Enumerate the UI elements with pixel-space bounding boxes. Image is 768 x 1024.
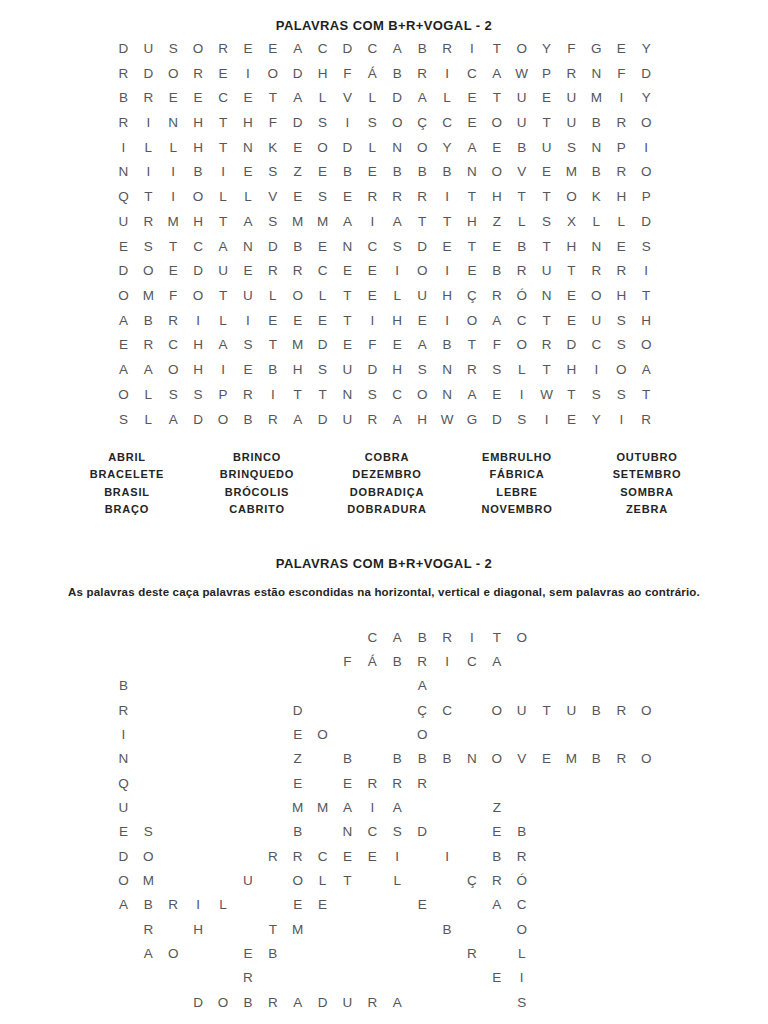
empty-cell <box>360 893 385 917</box>
letter-cell: L <box>509 941 534 965</box>
empty-cell <box>211 674 236 698</box>
empty-cell <box>410 966 435 990</box>
letter-cell: E <box>310 308 335 333</box>
letter-cell: E <box>161 85 186 110</box>
letter-cell: B <box>136 893 161 917</box>
empty-cell <box>360 698 385 722</box>
letter-cell: T <box>534 357 559 382</box>
letter-cell: I <box>360 209 385 234</box>
letter-cell: A <box>111 357 136 382</box>
letter-cell: E <box>235 258 260 283</box>
letter-cell: P <box>609 135 634 160</box>
letter-cell: R <box>385 184 410 209</box>
empty-cell <box>584 893 609 917</box>
empty-cell <box>186 674 211 698</box>
empty-cell <box>186 820 211 844</box>
letter-cell: C <box>360 820 385 844</box>
letter-cell: E <box>484 820 509 844</box>
empty-cell <box>584 820 609 844</box>
letter-cell: E <box>484 382 509 407</box>
letter-cell: T <box>634 382 659 407</box>
empty-cell <box>186 698 211 722</box>
letter-cell: T <box>484 625 509 649</box>
letter-cell: A <box>410 333 435 358</box>
empty-cell <box>559 893 584 917</box>
letter-cell: M <box>559 747 584 771</box>
empty-cell <box>634 722 659 746</box>
letter-cell: O <box>609 357 634 382</box>
letter-cell: Ç <box>459 868 484 892</box>
letter-cell: U <box>235 283 260 308</box>
word-list-item: FÁBRICA <box>452 466 582 483</box>
empty-cell <box>111 990 136 1014</box>
letter-cell: R <box>260 258 285 283</box>
letter-cell: S <box>559 135 584 160</box>
empty-cell <box>211 795 236 819</box>
letter-cell: I <box>459 36 484 61</box>
word-list-item: CABRITO <box>192 501 322 518</box>
word-list-item: DOBRADIÇA <box>322 484 452 501</box>
letter-cell: D <box>285 110 310 135</box>
letter-cell: U <box>559 85 584 110</box>
letter-cell: A <box>285 36 310 61</box>
letter-cell: O <box>285 868 310 892</box>
empty-cell <box>136 625 161 649</box>
letter-cell: U <box>559 110 584 135</box>
letter-cell: E <box>335 333 360 358</box>
empty-cell <box>360 917 385 941</box>
letter-cell: H <box>459 209 484 234</box>
letter-cell: L <box>260 283 285 308</box>
letter-cell: Ç <box>410 110 435 135</box>
letter-cell: A <box>484 893 509 917</box>
letter-cell: H <box>186 357 211 382</box>
word-list: ABRILBRACELETEBRASILBRAÇOBRINCOBRINQUEDO… <box>62 449 712 519</box>
letter-cell: B <box>335 747 360 771</box>
letter-cell: S <box>360 382 385 407</box>
letter-cell: Ç <box>459 283 484 308</box>
empty-cell <box>161 747 186 771</box>
empty-cell <box>634 868 659 892</box>
empty-cell <box>310 698 335 722</box>
empty-cell <box>634 649 659 673</box>
empty-cell <box>136 990 161 1014</box>
letter-cell: L <box>360 85 385 110</box>
letter-cell: R <box>410 649 435 673</box>
empty-cell <box>211 722 236 746</box>
letter-cell: T <box>410 209 435 234</box>
letter-cell: U <box>335 407 360 432</box>
letter-cell: B <box>484 844 509 868</box>
empty-cell <box>335 674 360 698</box>
letter-cell: E <box>609 234 634 259</box>
empty-cell <box>584 917 609 941</box>
letter-cell: I <box>136 110 161 135</box>
letter-cell: M <box>285 209 310 234</box>
letter-cell: V <box>509 160 534 185</box>
empty-cell <box>211 771 236 795</box>
letter-cell: S <box>385 820 410 844</box>
empty-cell <box>634 990 659 1014</box>
letter-cell: O <box>634 698 659 722</box>
empty-cell <box>211 820 236 844</box>
letter-cell: E <box>484 135 509 160</box>
letter-cell: E <box>310 160 335 185</box>
letter-cell: L <box>211 893 236 917</box>
letter-cell: R <box>584 258 609 283</box>
letter-cell: R <box>285 844 310 868</box>
empty-cell <box>584 771 609 795</box>
letter-cell: B <box>385 649 410 673</box>
empty-cell <box>310 966 335 990</box>
letter-cell: B <box>584 747 609 771</box>
empty-cell <box>211 844 236 868</box>
letter-cell: E <box>111 820 136 844</box>
letter-cell: O <box>459 308 484 333</box>
empty-cell <box>509 795 534 819</box>
empty-cell <box>609 844 634 868</box>
empty-cell <box>310 917 335 941</box>
word-list-item: BRINQUEDO <box>192 466 322 483</box>
empty-cell <box>385 722 410 746</box>
empty-cell <box>260 893 285 917</box>
letter-cell: R <box>509 844 534 868</box>
letter-cell: R <box>111 110 136 135</box>
letter-cell: E <box>335 184 360 209</box>
letter-cell: T <box>260 917 285 941</box>
letter-cell: A <box>459 135 484 160</box>
letter-cell: D <box>111 844 136 868</box>
letter-cell: S <box>310 357 335 382</box>
empty-cell <box>186 722 211 746</box>
letter-cell: I <box>609 407 634 432</box>
empty-cell <box>235 820 260 844</box>
empty-cell <box>335 941 360 965</box>
letter-cell: T <box>161 234 186 259</box>
empty-cell <box>609 868 634 892</box>
letter-cell: D <box>559 333 584 358</box>
letter-cell: U <box>509 698 534 722</box>
letter-cell: O <box>136 844 161 868</box>
letter-cell: I <box>435 258 460 283</box>
letter-cell: E <box>360 258 385 283</box>
empty-cell <box>360 747 385 771</box>
empty-cell <box>584 625 609 649</box>
letter-cell: O <box>111 382 136 407</box>
letter-cell: C <box>310 36 335 61</box>
letter-cell: F <box>559 36 584 61</box>
letter-cell: H <box>559 234 584 259</box>
letter-cell: R <box>484 283 509 308</box>
empty-cell <box>260 795 285 819</box>
word-list-item: NOVEMBRO <box>452 501 582 518</box>
letter-cell: B <box>235 407 260 432</box>
empty-cell <box>260 747 285 771</box>
letter-cell: T <box>335 283 360 308</box>
letter-cell: B <box>435 747 460 771</box>
letter-cell: L <box>211 308 236 333</box>
letter-cell: B <box>410 36 435 61</box>
letter-cell: R <box>410 184 435 209</box>
letter-cell: S <box>609 382 634 407</box>
letter-cell: R <box>609 698 634 722</box>
letter-cell: E <box>285 135 310 160</box>
letter-cell: T <box>211 283 236 308</box>
empty-cell <box>360 722 385 746</box>
letter-cell: U <box>509 110 534 135</box>
letter-cell: I <box>435 184 460 209</box>
letter-cell: S <box>136 820 161 844</box>
letter-cell: E <box>235 36 260 61</box>
letter-cell: C <box>435 698 460 722</box>
empty-cell <box>435 722 460 746</box>
empty-cell <box>111 966 136 990</box>
letter-cell: B <box>410 747 435 771</box>
letter-cell: N <box>459 160 484 185</box>
letter-cell: T <box>509 184 534 209</box>
letter-cell: U <box>410 283 435 308</box>
letter-cell: O <box>310 135 335 160</box>
empty-cell <box>534 795 559 819</box>
letter-cell: L <box>584 209 609 234</box>
letter-cell: N <box>111 160 136 185</box>
letter-cell: H <box>186 135 211 160</box>
empty-cell <box>584 722 609 746</box>
empty-cell <box>634 820 659 844</box>
letter-cell: R <box>260 990 285 1014</box>
letter-cell: I <box>435 844 460 868</box>
letter-cell: R <box>285 258 310 283</box>
letter-cell: B <box>335 160 360 185</box>
letter-cell: S <box>385 234 410 259</box>
letter-cell: I <box>360 795 385 819</box>
empty-cell <box>310 649 335 673</box>
letter-cell: P <box>211 382 236 407</box>
letter-cell: E <box>410 308 435 333</box>
empty-cell <box>186 966 211 990</box>
empty-cell <box>136 966 161 990</box>
letter-cell: R <box>609 110 634 135</box>
letter-cell: R <box>509 258 534 283</box>
letter-cell: R <box>136 85 161 110</box>
letter-cell: L <box>360 135 385 160</box>
empty-cell <box>161 649 186 673</box>
empty-cell <box>111 917 136 941</box>
letter-cell: T <box>534 110 559 135</box>
letter-cell: R <box>609 258 634 283</box>
empty-cell <box>534 966 559 990</box>
empty-cell <box>161 795 186 819</box>
letter-cell: D <box>385 85 410 110</box>
letter-cell: O <box>186 36 211 61</box>
letter-cell: C <box>310 844 335 868</box>
letter-cell: T <box>211 110 236 135</box>
letter-cell: U <box>211 258 236 283</box>
empty-cell <box>609 674 634 698</box>
letter-cell: T <box>459 333 484 358</box>
empty-cell <box>186 941 211 965</box>
letter-cell: B <box>509 820 534 844</box>
letter-cell: O <box>186 184 211 209</box>
letter-cell: A <box>484 649 509 673</box>
empty-cell <box>484 941 509 965</box>
letter-cell: A <box>385 36 410 61</box>
letter-cell: Q <box>111 184 136 209</box>
empty-cell <box>435 941 460 965</box>
letter-cell: N <box>335 382 360 407</box>
letter-cell: U <box>136 36 161 61</box>
letter-cell: R <box>410 61 435 86</box>
word-list-item: BRAÇO <box>62 501 192 518</box>
letter-cell: E <box>111 234 136 259</box>
letter-cell: I <box>186 893 211 917</box>
letter-cell: R <box>435 36 460 61</box>
letter-cell: A <box>211 333 236 358</box>
empty-cell <box>136 722 161 746</box>
empty-cell <box>186 795 211 819</box>
empty-cell <box>211 747 236 771</box>
letter-cell: E <box>285 722 310 746</box>
empty-cell <box>211 917 236 941</box>
letter-cell: H <box>186 110 211 135</box>
letter-cell: I <box>211 357 236 382</box>
letter-cell: D <box>410 820 435 844</box>
empty-cell <box>435 771 460 795</box>
letter-cell: E <box>410 893 435 917</box>
letter-cell: R <box>360 407 385 432</box>
letter-cell: I <box>584 357 609 382</box>
empty-cell <box>609 917 634 941</box>
letter-cell: S <box>310 110 335 135</box>
letter-cell: L <box>509 357 534 382</box>
empty-cell <box>509 771 534 795</box>
letter-cell: A <box>335 209 360 234</box>
empty-cell <box>285 625 310 649</box>
empty-cell <box>235 722 260 746</box>
empty-cell <box>360 868 385 892</box>
letter-cell: C <box>310 258 335 283</box>
letter-cell: E <box>459 85 484 110</box>
empty-cell <box>111 941 136 965</box>
letter-cell: O <box>584 283 609 308</box>
empty-cell <box>559 795 584 819</box>
letter-cell: E <box>435 234 460 259</box>
empty-cell <box>584 868 609 892</box>
letter-cell: C <box>186 234 211 259</box>
letter-cell: O <box>161 61 186 86</box>
word-list-item: SETEMBRO <box>582 466 712 483</box>
letter-cell: D <box>186 407 211 432</box>
letter-cell: I <box>509 966 534 990</box>
letter-cell: H <box>559 357 584 382</box>
letter-cell: O <box>509 625 534 649</box>
letter-cell: C <box>360 234 385 259</box>
letter-cell: O <box>559 184 584 209</box>
empty-cell <box>260 698 285 722</box>
empty-cell <box>459 795 484 819</box>
letter-cell: O <box>484 110 509 135</box>
letter-cell: I <box>634 258 659 283</box>
empty-cell <box>559 941 584 965</box>
letter-cell: E <box>186 85 211 110</box>
empty-cell <box>410 917 435 941</box>
letter-cell: H <box>186 209 211 234</box>
empty-cell <box>435 893 460 917</box>
letter-cell: C <box>161 333 186 358</box>
letter-cell: I <box>235 61 260 86</box>
letter-cell: M <box>310 795 335 819</box>
empty-cell <box>609 966 634 990</box>
letter-cell: A <box>111 893 136 917</box>
empty-cell <box>161 698 186 722</box>
letter-cell: E <box>235 160 260 185</box>
letter-cell: T <box>285 382 310 407</box>
letter-cell: M <box>161 209 186 234</box>
empty-cell <box>111 649 136 673</box>
solution-title: PALAVRAS COM B+R+VOGAL - 2 <box>0 556 768 571</box>
letter-cell: N <box>335 234 360 259</box>
letter-cell: S <box>111 407 136 432</box>
letter-cell: D <box>186 990 211 1014</box>
empty-cell <box>509 649 534 673</box>
letter-cell: R <box>559 61 584 86</box>
letter-cell: A <box>136 357 161 382</box>
letter-cell: A <box>285 990 310 1014</box>
letter-cell: T <box>484 85 509 110</box>
empty-cell <box>534 820 559 844</box>
empty-cell <box>235 698 260 722</box>
letter-cell: C <box>509 893 534 917</box>
letter-cell: R <box>211 36 236 61</box>
empty-cell <box>534 990 559 1014</box>
letter-cell: D <box>310 333 335 358</box>
letter-cell: O <box>385 110 410 135</box>
letter-cell: B <box>385 160 410 185</box>
letter-cell: Z <box>285 747 310 771</box>
empty-cell <box>634 674 659 698</box>
empty-cell <box>211 941 236 965</box>
letter-cell: P <box>634 184 659 209</box>
empty-cell <box>559 990 584 1014</box>
empty-cell <box>310 625 335 649</box>
letter-cell: G <box>459 407 484 432</box>
letter-cell: X <box>559 209 584 234</box>
letter-cell: I <box>509 382 534 407</box>
letter-cell: S <box>310 184 335 209</box>
letter-cell: O <box>410 258 435 283</box>
letter-cell: O <box>136 258 161 283</box>
letter-cell: L <box>136 382 161 407</box>
letter-cell: R <box>360 990 385 1014</box>
empty-cell <box>310 674 335 698</box>
empty-cell <box>136 795 161 819</box>
letter-cell: L <box>509 209 534 234</box>
letter-cell: O <box>161 941 186 965</box>
empty-cell <box>211 868 236 892</box>
empty-cell <box>484 674 509 698</box>
empty-cell <box>609 771 634 795</box>
empty-cell <box>459 990 484 1014</box>
letter-cell: T <box>136 184 161 209</box>
empty-cell <box>459 966 484 990</box>
empty-cell <box>260 868 285 892</box>
empty-cell <box>509 722 534 746</box>
empty-cell <box>260 674 285 698</box>
letter-cell: M <box>285 917 310 941</box>
letter-cell: A <box>111 308 136 333</box>
letter-cell: R <box>111 698 136 722</box>
letter-cell: B <box>584 160 609 185</box>
